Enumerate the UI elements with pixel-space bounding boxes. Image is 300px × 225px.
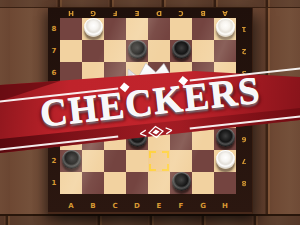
square-A8[interactable]	[60, 18, 82, 40]
square-H2[interactable]	[214, 150, 236, 172]
coordinate-label: 2	[236, 40, 252, 62]
file-labels-top: HGFEDCBA	[60, 8, 236, 18]
black-checker[interactable]	[172, 172, 191, 191]
wood-plank-bottom	[0, 214, 300, 225]
coordinate-label: G	[192, 198, 214, 215]
white-checker[interactable]	[216, 18, 235, 37]
square-G8[interactable]	[192, 18, 214, 40]
coordinate-label: C	[104, 198, 126, 215]
file-labels-bottom: ABCDEFGH	[60, 194, 236, 215]
square-F1[interactable]	[170, 172, 192, 194]
square-D8[interactable]	[126, 18, 148, 40]
square-F8[interactable]	[170, 18, 192, 40]
highlight-corner-bracket	[149, 164, 156, 171]
highlight-corner-bracket	[149, 151, 156, 158]
coordinate-label: 8	[48, 18, 60, 40]
coordinate-label: F	[170, 198, 192, 215]
square-G7[interactable]	[192, 40, 214, 62]
square-C1[interactable]	[104, 172, 126, 194]
coordinate-label: B	[82, 198, 104, 215]
coordinate-label: A	[60, 198, 82, 215]
coordinate-label: F	[104, 8, 126, 18]
wood-plank-top	[0, 0, 300, 7]
square-D1[interactable]	[126, 172, 148, 194]
coordinate-label: C	[170, 8, 192, 18]
coordinate-label: D	[126, 198, 148, 215]
white-checker[interactable]	[84, 18, 103, 37]
square-E8[interactable]	[148, 18, 170, 40]
highlight-corner-bracket	[162, 151, 169, 158]
square-H3[interactable]	[214, 128, 236, 150]
checkers-title-screen: HGFEDCBA 87654321 12345678 ABCDEFGH	[0, 0, 300, 225]
coordinate-label: H	[214, 198, 236, 215]
square-D2[interactable]	[126, 150, 148, 172]
square-F2[interactable]	[170, 150, 192, 172]
coordinate-label: E	[148, 198, 170, 215]
square-H8[interactable]	[214, 18, 236, 40]
coordinate-label: B	[192, 8, 214, 18]
square-C7[interactable]	[104, 40, 126, 62]
coordinate-label: E	[126, 8, 148, 18]
white-checker[interactable]	[216, 150, 235, 169]
black-checker[interactable]	[62, 150, 81, 169]
square-A2[interactable]	[60, 150, 82, 172]
coordinate-label: D	[148, 8, 170, 18]
coordinate-label: H	[60, 8, 82, 18]
coordinate-label: 6	[236, 128, 252, 150]
square-H7[interactable]	[214, 40, 236, 62]
coordinate-label: 6	[48, 62, 60, 84]
coordinate-label: 1	[48, 172, 60, 194]
square-H1[interactable]	[214, 172, 236, 194]
square-B8[interactable]	[82, 18, 104, 40]
square-B1[interactable]	[82, 172, 104, 194]
square-B2[interactable]	[82, 150, 104, 172]
square-A1[interactable]	[60, 172, 82, 194]
square-E1[interactable]	[148, 172, 170, 194]
coordinate-label: 7	[48, 40, 60, 62]
highlight-corner-bracket	[162, 164, 169, 171]
coordinate-label: A	[214, 8, 236, 18]
coordinate-label: G	[82, 8, 104, 18]
coordinate-label: 7	[236, 150, 252, 172]
square-C2[interactable]	[104, 150, 126, 172]
coordinate-label: 1	[236, 18, 252, 40]
square-G1[interactable]	[192, 172, 214, 194]
coordinate-label: 8	[236, 172, 252, 194]
square-E2[interactable]	[148, 150, 170, 172]
square-D7[interactable]	[126, 40, 148, 62]
coordinate-label: 2	[48, 150, 60, 172]
square-G2[interactable]	[192, 150, 214, 172]
square-B7[interactable]	[82, 40, 104, 62]
square-C8[interactable]	[104, 18, 126, 40]
black-checker[interactable]	[216, 128, 235, 147]
square-A7[interactable]	[60, 40, 82, 62]
black-checker[interactable]	[172, 40, 191, 59]
black-checker[interactable]	[128, 40, 147, 59]
